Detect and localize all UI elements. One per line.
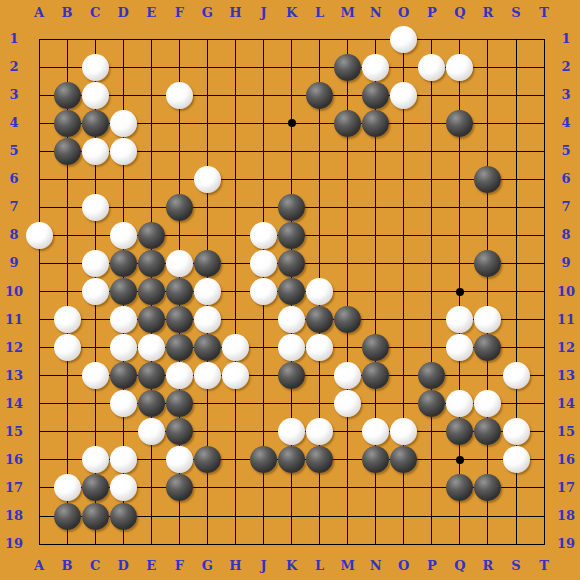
col-label-bottom: H [224, 558, 246, 574]
black-stone[interactable] [138, 306, 165, 333]
black-stone[interactable] [166, 390, 193, 417]
black-stone[interactable] [110, 362, 137, 389]
row-label-right: 19 [555, 536, 577, 552]
black-stone[interactable] [54, 110, 81, 137]
black-stone[interactable] [82, 110, 109, 137]
row-label-left: 7 [3, 199, 25, 215]
star-point [456, 456, 464, 464]
col-label-bottom: P [421, 558, 443, 574]
row-label-left: 4 [3, 115, 25, 131]
col-label-bottom: L [309, 558, 331, 574]
black-stone[interactable] [278, 446, 305, 473]
row-label-left: 9 [3, 255, 25, 271]
black-stone[interactable] [362, 446, 389, 473]
row-label-right: 8 [555, 227, 577, 243]
grid-line-vertical [431, 39, 432, 545]
col-label-bottom: T [533, 558, 555, 574]
col-label-bottom: G [196, 558, 218, 574]
white-stone[interactable] [334, 390, 361, 417]
col-label-bottom: E [140, 558, 162, 574]
star-point [456, 288, 464, 296]
black-stone[interactable] [474, 250, 501, 277]
white-stone[interactable] [82, 82, 109, 109]
row-label-right: 12 [555, 340, 577, 356]
row-label-left: 10 [3, 284, 25, 300]
row-label-left: 14 [3, 396, 25, 412]
black-stone[interactable] [446, 418, 473, 445]
white-stone[interactable] [503, 362, 530, 389]
black-stone[interactable] [250, 446, 277, 473]
col-label-bottom: S [505, 558, 527, 574]
row-label-left: 8 [3, 227, 25, 243]
white-stone[interactable] [390, 418, 417, 445]
row-label-left: 12 [3, 340, 25, 356]
white-stone[interactable] [110, 334, 137, 361]
black-stone[interactable] [138, 278, 165, 305]
row-label-right: 10 [555, 284, 577, 300]
white-stone[interactable] [110, 474, 137, 501]
col-label-bottom: K [281, 558, 303, 574]
col-label-top: F [168, 5, 190, 21]
black-stone[interactable] [138, 222, 165, 249]
black-stone[interactable] [194, 334, 221, 361]
black-stone[interactable] [446, 110, 473, 137]
row-label-right: 6 [555, 171, 577, 187]
row-label-right: 1 [555, 31, 577, 47]
col-label-top: D [112, 5, 134, 21]
white-stone[interactable] [278, 418, 305, 445]
black-stone[interactable] [474, 474, 501, 501]
col-label-bottom: B [56, 558, 78, 574]
col-label-top: P [421, 5, 443, 21]
white-stone[interactable] [54, 474, 81, 501]
black-stone[interactable] [390, 446, 417, 473]
white-stone[interactable] [166, 446, 193, 473]
col-label-top: T [533, 5, 555, 21]
white-stone[interactable] [194, 306, 221, 333]
white-stone[interactable] [166, 82, 193, 109]
black-stone[interactable] [110, 503, 137, 530]
star-point [288, 119, 296, 127]
col-label-bottom: O [393, 558, 415, 574]
white-stone[interactable] [82, 362, 109, 389]
white-stone[interactable] [446, 390, 473, 417]
white-stone[interactable] [474, 306, 501, 333]
row-label-right: 9 [555, 255, 577, 271]
black-stone[interactable] [418, 390, 445, 417]
row-label-right: 3 [555, 87, 577, 103]
row-label-left: 11 [3, 312, 25, 328]
black-stone[interactable] [166, 334, 193, 361]
row-label-left: 13 [3, 368, 25, 384]
white-stone[interactable] [110, 390, 137, 417]
white-stone[interactable] [306, 334, 333, 361]
black-stone[interactable] [166, 194, 193, 221]
white-stone[interactable] [26, 222, 53, 249]
col-label-top: R [477, 5, 499, 21]
row-label-right: 7 [555, 199, 577, 215]
white-stone[interactable] [306, 278, 333, 305]
white-stone[interactable] [82, 194, 109, 221]
row-label-left: 18 [3, 508, 25, 524]
white-stone[interactable] [82, 446, 109, 473]
row-label-left: 6 [3, 171, 25, 187]
grid-line-horizontal [39, 544, 545, 545]
col-label-bottom: A [28, 558, 50, 574]
white-stone[interactable] [222, 334, 249, 361]
white-stone[interactable] [138, 334, 165, 361]
col-label-top: C [84, 5, 106, 21]
black-stone[interactable] [138, 390, 165, 417]
row-label-right: 15 [555, 424, 577, 440]
white-stone[interactable] [222, 362, 249, 389]
black-stone[interactable] [166, 278, 193, 305]
row-label-left: 16 [3, 452, 25, 468]
white-stone[interactable] [54, 306, 81, 333]
black-stone[interactable] [82, 503, 109, 530]
col-label-bottom: N [365, 558, 387, 574]
white-stone[interactable] [194, 166, 221, 193]
col-label-bottom: F [168, 558, 190, 574]
white-stone[interactable] [418, 54, 445, 81]
black-stone[interactable] [418, 362, 445, 389]
col-label-bottom: J [252, 558, 274, 574]
white-stone[interactable] [82, 278, 109, 305]
go-board-window: AABBCCDDEEFFGGHHJJKKLLMMNNOOPPQQRRSSTT11… [0, 0, 580, 580]
row-label-left: 2 [3, 59, 25, 75]
black-stone[interactable] [334, 54, 361, 81]
black-stone[interactable] [278, 250, 305, 277]
white-stone[interactable] [250, 222, 277, 249]
col-label-bottom: R [477, 558, 499, 574]
white-stone[interactable] [390, 26, 417, 53]
row-label-right: 17 [555, 480, 577, 496]
white-stone[interactable] [82, 250, 109, 277]
row-label-left: 3 [3, 87, 25, 103]
white-stone[interactable] [503, 418, 530, 445]
col-label-bottom: C [84, 558, 106, 574]
row-label-left: 15 [3, 424, 25, 440]
white-stone[interactable] [194, 278, 221, 305]
col-label-top: H [224, 5, 246, 21]
white-stone[interactable] [110, 138, 137, 165]
white-stone[interactable] [446, 334, 473, 361]
white-stone[interactable] [110, 222, 137, 249]
col-label-bottom: D [112, 558, 134, 574]
black-stone[interactable] [166, 474, 193, 501]
col-label-top: Q [449, 5, 471, 21]
black-stone[interactable] [362, 334, 389, 361]
row-label-right: 18 [555, 508, 577, 524]
black-stone[interactable] [362, 82, 389, 109]
white-stone[interactable] [446, 306, 473, 333]
black-stone[interactable] [278, 278, 305, 305]
black-stone[interactable] [194, 446, 221, 473]
white-stone[interactable] [278, 334, 305, 361]
white-stone[interactable] [54, 334, 81, 361]
row-label-left: 1 [3, 31, 25, 47]
col-label-bottom: Q [449, 558, 471, 574]
black-stone[interactable] [306, 446, 333, 473]
row-label-right: 13 [555, 368, 577, 384]
black-stone[interactable] [54, 503, 81, 530]
black-stone[interactable] [278, 194, 305, 221]
white-stone[interactable] [362, 418, 389, 445]
white-stone[interactable] [82, 54, 109, 81]
white-stone[interactable] [250, 278, 277, 305]
black-stone[interactable] [362, 110, 389, 137]
black-stone[interactable] [474, 334, 501, 361]
col-label-bottom: M [337, 558, 359, 574]
white-stone[interactable] [278, 306, 305, 333]
black-stone[interactable] [138, 250, 165, 277]
white-stone[interactable] [446, 54, 473, 81]
grid-line-vertical [544, 39, 545, 545]
row-label-right: 16 [555, 452, 577, 468]
black-stone[interactable] [474, 166, 501, 193]
black-stone[interactable] [334, 110, 361, 137]
black-stone[interactable] [110, 278, 137, 305]
white-stone[interactable] [362, 54, 389, 81]
black-stone[interactable] [138, 362, 165, 389]
black-stone[interactable] [334, 306, 361, 333]
col-label-top: M [337, 5, 359, 21]
black-stone[interactable] [194, 250, 221, 277]
white-stone[interactable] [334, 362, 361, 389]
col-label-top: E [140, 5, 162, 21]
white-stone[interactable] [110, 446, 137, 473]
row-label-right: 2 [555, 59, 577, 75]
white-stone[interactable] [390, 82, 417, 109]
white-stone[interactable] [110, 306, 137, 333]
col-label-top: K [281, 5, 303, 21]
white-stone[interactable] [110, 110, 137, 137]
black-stone[interactable] [474, 418, 501, 445]
white-stone[interactable] [166, 362, 193, 389]
black-stone[interactable] [362, 362, 389, 389]
black-stone[interactable] [110, 250, 137, 277]
white-stone[interactable] [166, 250, 193, 277]
col-label-top: O [393, 5, 415, 21]
col-label-top: A [28, 5, 50, 21]
black-stone[interactable] [82, 474, 109, 501]
row-label-right: 4 [555, 115, 577, 131]
black-stone[interactable] [306, 82, 333, 109]
col-label-top: N [365, 5, 387, 21]
col-label-top: B [56, 5, 78, 21]
white-stone[interactable] [82, 138, 109, 165]
black-stone[interactable] [166, 306, 193, 333]
black-stone[interactable] [306, 306, 333, 333]
black-stone[interactable] [54, 138, 81, 165]
black-stone[interactable] [446, 474, 473, 501]
row-label-right: 14 [555, 396, 577, 412]
white-stone[interactable] [138, 418, 165, 445]
row-label-left: 5 [3, 143, 25, 159]
col-label-top: S [505, 5, 527, 21]
white-stone[interactable] [194, 362, 221, 389]
grid-line-vertical [487, 39, 488, 545]
col-label-top: J [252, 5, 274, 21]
white-stone[interactable] [306, 418, 333, 445]
white-stone[interactable] [250, 250, 277, 277]
black-stone[interactable] [54, 82, 81, 109]
row-label-left: 17 [3, 480, 25, 496]
white-stone[interactable] [474, 390, 501, 417]
black-stone[interactable] [278, 362, 305, 389]
row-label-right: 5 [555, 143, 577, 159]
black-stone[interactable] [278, 222, 305, 249]
col-label-top: L [309, 5, 331, 21]
row-label-right: 11 [555, 312, 577, 328]
black-stone[interactable] [166, 418, 193, 445]
row-label-left: 19 [3, 536, 25, 552]
col-label-top: G [196, 5, 218, 21]
white-stone[interactable] [503, 446, 530, 473]
